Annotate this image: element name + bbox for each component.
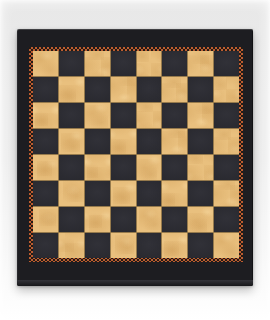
square-f3 bbox=[162, 181, 187, 206]
square-a1 bbox=[33, 233, 58, 258]
square-e1 bbox=[137, 233, 162, 258]
square-g4 bbox=[188, 155, 213, 180]
square-c2 bbox=[85, 207, 110, 232]
square-c6 bbox=[85, 103, 110, 128]
square-c7 bbox=[85, 77, 110, 102]
square-g8 bbox=[188, 51, 213, 76]
square-e3 bbox=[137, 181, 162, 206]
square-h4 bbox=[214, 155, 239, 180]
square-f8 bbox=[162, 51, 187, 76]
square-c1 bbox=[85, 233, 110, 258]
square-h8 bbox=[214, 51, 239, 76]
square-b8 bbox=[59, 51, 84, 76]
square-b4 bbox=[59, 155, 84, 180]
square-c5 bbox=[85, 129, 110, 154]
square-g6 bbox=[188, 103, 213, 128]
square-f1 bbox=[162, 233, 187, 258]
square-b7 bbox=[59, 77, 84, 102]
chess-board bbox=[17, 29, 253, 286]
square-a3 bbox=[33, 181, 58, 206]
square-e5 bbox=[137, 129, 162, 154]
square-d5 bbox=[111, 129, 136, 154]
square-e6 bbox=[137, 103, 162, 128]
square-e7 bbox=[137, 77, 162, 102]
square-f2 bbox=[162, 207, 187, 232]
square-h6 bbox=[214, 103, 239, 128]
square-b2 bbox=[59, 207, 84, 232]
square-g3 bbox=[188, 181, 213, 206]
decorative-trim-border bbox=[29, 47, 243, 262]
square-e4 bbox=[137, 155, 162, 180]
square-g2 bbox=[188, 207, 213, 232]
square-h2 bbox=[214, 207, 239, 232]
square-f4 bbox=[162, 155, 187, 180]
square-c4 bbox=[85, 155, 110, 180]
square-h1 bbox=[214, 233, 239, 258]
square-g7 bbox=[188, 77, 213, 102]
square-b1 bbox=[59, 233, 84, 258]
board-bottom-edge bbox=[17, 280, 253, 286]
product-photo-background bbox=[0, 0, 270, 320]
square-g5 bbox=[188, 129, 213, 154]
square-f7 bbox=[162, 77, 187, 102]
square-c8 bbox=[85, 51, 110, 76]
square-f6 bbox=[162, 103, 187, 128]
square-c3 bbox=[85, 181, 110, 206]
square-b6 bbox=[59, 103, 84, 128]
square-a5 bbox=[33, 129, 58, 154]
square-d2 bbox=[111, 207, 136, 232]
square-d7 bbox=[111, 77, 136, 102]
square-g1 bbox=[188, 233, 213, 258]
square-e2 bbox=[137, 207, 162, 232]
square-d6 bbox=[111, 103, 136, 128]
square-a7 bbox=[33, 77, 58, 102]
square-f5 bbox=[162, 129, 187, 154]
square-a8 bbox=[33, 51, 58, 76]
square-d1 bbox=[111, 233, 136, 258]
square-b5 bbox=[59, 129, 84, 154]
square-a2 bbox=[33, 207, 58, 232]
square-a4 bbox=[33, 155, 58, 180]
square-h3 bbox=[214, 181, 239, 206]
square-a6 bbox=[33, 103, 58, 128]
square-h7 bbox=[214, 77, 239, 102]
square-b3 bbox=[59, 181, 84, 206]
square-e8 bbox=[137, 51, 162, 76]
playing-area bbox=[33, 51, 239, 258]
square-d3 bbox=[111, 181, 136, 206]
square-h5 bbox=[214, 129, 239, 154]
square-d8 bbox=[111, 51, 136, 76]
square-d4 bbox=[111, 155, 136, 180]
